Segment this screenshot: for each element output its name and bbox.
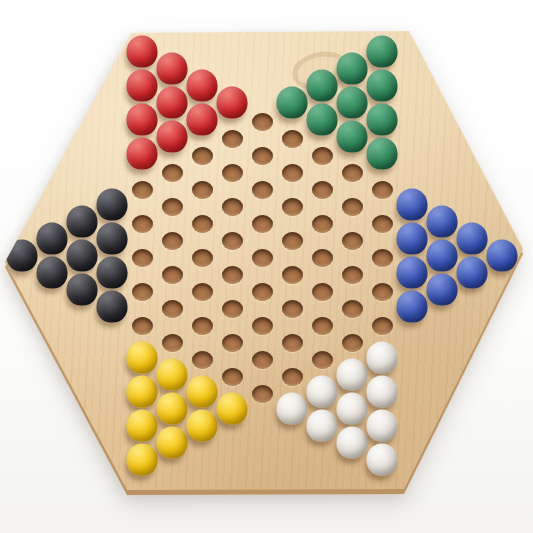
peg-white[interactable] <box>367 375 398 407</box>
board-hole[interactable] <box>162 436 183 454</box>
peg-white[interactable] <box>337 392 368 424</box>
board-hole[interactable] <box>312 419 333 437</box>
peg-white[interactable] <box>277 392 308 424</box>
board-hole[interactable] <box>192 113 213 131</box>
chinese-checkers-board <box>0 0 533 533</box>
board-hole[interactable] <box>372 351 393 369</box>
board-hole[interactable] <box>222 300 243 318</box>
peg-blue[interactable] <box>397 188 428 220</box>
peg-black[interactable] <box>7 239 38 271</box>
board-hole[interactable] <box>72 283 93 301</box>
board-hole[interactable] <box>342 266 363 284</box>
board-hole[interactable] <box>342 232 363 250</box>
peg-yellow[interactable] <box>127 409 158 441</box>
board-hole[interactable] <box>282 300 303 318</box>
board-hole[interactable] <box>282 96 303 114</box>
board-hole[interactable] <box>342 198 363 216</box>
board-hole[interactable] <box>372 181 393 199</box>
board-hole[interactable] <box>252 181 273 199</box>
board-hole[interactable] <box>102 198 123 216</box>
board-hole[interactable] <box>162 96 183 114</box>
board-hole[interactable] <box>162 232 183 250</box>
board-hole[interactable] <box>342 96 363 114</box>
board-hole[interactable] <box>432 215 453 233</box>
peg-green[interactable] <box>367 137 398 169</box>
peg-green[interactable] <box>307 69 338 101</box>
board-hole[interactable] <box>132 249 153 267</box>
board-hole[interactable] <box>312 215 333 233</box>
board-hole[interactable] <box>342 62 363 80</box>
peg-black[interactable] <box>67 205 98 237</box>
board-hole[interactable] <box>312 351 333 369</box>
peg-blue[interactable] <box>457 222 488 254</box>
peg-black[interactable] <box>37 222 68 254</box>
board-hole[interactable] <box>72 215 93 233</box>
board-hole[interactable] <box>342 436 363 454</box>
board-hole[interactable] <box>192 419 213 437</box>
board-hole[interactable] <box>282 266 303 284</box>
peg-yellow[interactable] <box>127 341 158 373</box>
board-hole[interactable] <box>222 334 243 352</box>
board-hole[interactable] <box>132 45 153 63</box>
board-hole[interactable] <box>432 249 453 267</box>
peg-red[interactable] <box>157 120 188 152</box>
peg-white[interactable] <box>337 426 368 458</box>
peg-blue[interactable] <box>487 239 518 271</box>
peg-black[interactable] <box>97 290 128 322</box>
board-hole[interactable] <box>372 317 393 335</box>
peg-red[interactable] <box>187 69 218 101</box>
board-hole[interactable] <box>282 198 303 216</box>
peg-black[interactable] <box>67 239 98 271</box>
board-hole[interactable] <box>192 181 213 199</box>
peg-red[interactable] <box>157 86 188 118</box>
board-hole[interactable] <box>402 266 423 284</box>
board-hole[interactable] <box>372 215 393 233</box>
peg-green[interactable] <box>337 86 368 118</box>
board-hole[interactable] <box>192 215 213 233</box>
board-hole[interactable] <box>132 283 153 301</box>
peg-yellow[interactable] <box>157 358 188 390</box>
board-hole[interactable] <box>132 147 153 165</box>
board-hole[interactable] <box>252 351 273 369</box>
peg-red[interactable] <box>127 137 158 169</box>
board-hole[interactable] <box>282 368 303 386</box>
board-hole[interactable] <box>132 419 153 437</box>
board-hole[interactable] <box>312 79 333 97</box>
board-hole[interactable] <box>342 130 363 148</box>
board-hole[interactable] <box>162 198 183 216</box>
board-hole[interactable] <box>192 351 213 369</box>
board-hole[interactable] <box>102 300 123 318</box>
board-hole[interactable] <box>192 249 213 267</box>
board-hole[interactable] <box>192 385 213 403</box>
board-hole[interactable] <box>252 147 273 165</box>
peg-blue[interactable] <box>457 256 488 288</box>
board-hole[interactable] <box>282 334 303 352</box>
board-hole[interactable] <box>132 317 153 335</box>
board-hole[interactable] <box>132 215 153 233</box>
board-hole[interactable] <box>162 300 183 318</box>
board-hole[interactable] <box>222 402 243 420</box>
board-hole[interactable] <box>192 283 213 301</box>
board-hole[interactable] <box>132 113 153 131</box>
peg-red[interactable] <box>127 103 158 135</box>
peg-green[interactable] <box>307 103 338 135</box>
board-hole[interactable] <box>282 402 303 420</box>
peg-blue[interactable] <box>397 256 428 288</box>
board-hole[interactable] <box>222 96 243 114</box>
board-hole[interactable] <box>192 79 213 97</box>
board-hole[interactable] <box>222 130 243 148</box>
board-hole[interactable] <box>312 283 333 301</box>
peg-white[interactable] <box>307 375 338 407</box>
board-hole[interactable] <box>252 385 273 403</box>
board-hole[interactable] <box>222 198 243 216</box>
board-shadow-wrap <box>0 0 533 533</box>
board-hole[interactable] <box>252 215 273 233</box>
board-hole[interactable] <box>162 402 183 420</box>
peg-white[interactable] <box>367 443 398 475</box>
board-hole[interactable] <box>312 113 333 131</box>
board-grid <box>7 46 517 471</box>
board-hole[interactable] <box>282 232 303 250</box>
peg-red[interactable] <box>127 69 158 101</box>
peg-yellow[interactable] <box>187 409 218 441</box>
board-hole[interactable] <box>222 232 243 250</box>
peg-green[interactable] <box>367 69 398 101</box>
board-hole[interactable] <box>72 249 93 267</box>
peg-yellow[interactable] <box>157 426 188 458</box>
board-hole[interactable] <box>432 283 453 301</box>
board-hole[interactable] <box>372 453 393 471</box>
board-hole[interactable] <box>132 181 153 199</box>
peg-blue[interactable] <box>427 239 458 271</box>
peg-blue[interactable] <box>427 273 458 305</box>
peg-blue[interactable] <box>397 222 428 254</box>
peg-red[interactable] <box>217 86 248 118</box>
board-hole[interactable] <box>132 385 153 403</box>
board-hole[interactable] <box>492 249 513 267</box>
board-hole[interactable] <box>222 164 243 182</box>
peg-black[interactable] <box>97 222 128 254</box>
peg-green[interactable] <box>367 35 398 67</box>
peg-blue[interactable] <box>397 290 428 322</box>
board-hole[interactable] <box>252 113 273 131</box>
board-hole[interactable] <box>162 334 183 352</box>
board-hole[interactable] <box>342 368 363 386</box>
board-hole[interactable] <box>222 266 243 284</box>
board-hole[interactable] <box>342 334 363 352</box>
board-hole[interactable] <box>372 283 393 301</box>
peg-white[interactable] <box>307 409 338 441</box>
board-hole[interactable] <box>312 181 333 199</box>
board-hole[interactable] <box>372 79 393 97</box>
peg-white[interactable] <box>337 358 368 390</box>
board-hole[interactable] <box>102 266 123 284</box>
peg-yellow[interactable] <box>157 392 188 424</box>
peg-black[interactable] <box>97 256 128 288</box>
board-hole[interactable] <box>372 419 393 437</box>
board-hole[interactable] <box>312 385 333 403</box>
peg-yellow[interactable] <box>217 392 248 424</box>
board-hole[interactable] <box>402 300 423 318</box>
board-hole[interactable] <box>162 164 183 182</box>
board-hole[interactable] <box>372 113 393 131</box>
board-hole[interactable] <box>162 62 183 80</box>
board-hole[interactable] <box>342 164 363 182</box>
board-hole[interactable] <box>42 266 63 284</box>
peg-blue[interactable] <box>427 205 458 237</box>
board-hole[interactable] <box>312 249 333 267</box>
peg-green[interactable] <box>367 103 398 135</box>
peg-black[interactable] <box>97 188 128 220</box>
board-hole[interactable] <box>192 317 213 335</box>
board-hole[interactable] <box>462 232 483 250</box>
board-hole[interactable] <box>192 147 213 165</box>
board-hole[interactable] <box>162 368 183 386</box>
peg-yellow[interactable] <box>127 375 158 407</box>
board-hole[interactable] <box>132 453 153 471</box>
peg-white[interactable] <box>367 341 398 373</box>
peg-red[interactable] <box>157 52 188 84</box>
board-hole[interactable] <box>282 130 303 148</box>
board-hole[interactable] <box>372 45 393 63</box>
board-hole[interactable] <box>342 402 363 420</box>
board-hole[interactable] <box>252 283 273 301</box>
photo-background <box>0 0 533 533</box>
peg-red[interactable] <box>127 35 158 67</box>
peg-yellow[interactable] <box>127 443 158 475</box>
board-hole[interactable] <box>252 249 273 267</box>
board-hole[interactable] <box>102 232 123 250</box>
board-hole[interactable] <box>132 79 153 97</box>
peg-green[interactable] <box>337 120 368 152</box>
peg-black[interactable] <box>67 273 98 305</box>
board-hole[interactable] <box>312 147 333 165</box>
board-hole[interactable] <box>42 232 63 250</box>
board-hole[interactable] <box>282 164 303 182</box>
peg-green[interactable] <box>337 52 368 84</box>
peg-white[interactable] <box>367 409 398 441</box>
board-hole[interactable] <box>312 317 333 335</box>
peg-black[interactable] <box>37 256 68 288</box>
peg-red[interactable] <box>187 103 218 135</box>
board-hole[interactable] <box>342 300 363 318</box>
board-hole[interactable] <box>132 351 153 369</box>
board-hole[interactable] <box>372 385 393 403</box>
board-hole[interactable] <box>372 147 393 165</box>
board-hole[interactable] <box>402 198 423 216</box>
board-hole[interactable] <box>252 317 273 335</box>
peg-yellow[interactable] <box>187 375 218 407</box>
board-hole[interactable] <box>222 368 243 386</box>
board-hole[interactable] <box>462 266 483 284</box>
peg-green[interactable] <box>277 86 308 118</box>
board-hole[interactable] <box>402 232 423 250</box>
board-hole[interactable] <box>12 249 33 267</box>
board-hole[interactable] <box>162 130 183 148</box>
board-hole[interactable] <box>162 266 183 284</box>
board-hole[interactable] <box>372 249 393 267</box>
